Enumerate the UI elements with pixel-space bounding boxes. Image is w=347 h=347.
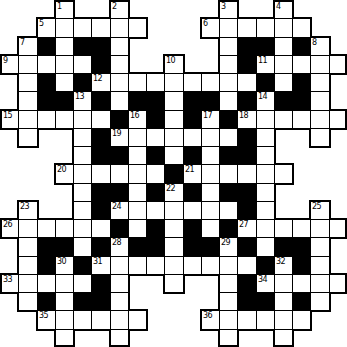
cell-6-9[interactable]	[164, 110, 184, 129]
cell-17-4[interactable]	[73, 310, 92, 331]
clue-number-3: 3	[221, 2, 226, 11]
block-7-13	[237, 128, 257, 147]
cell-8-14[interactable]	[256, 146, 276, 165]
cell-2-6[interactable]	[110, 37, 130, 56]
cell-14-6[interactable]	[110, 256, 129, 275]
cell-7-1[interactable]	[17, 128, 39, 148]
crossword-grid: 1234567891011121314151617181920212223242…	[0, 0, 347, 347]
clue-number-35: 35	[39, 311, 48, 320]
clue-number-20: 20	[57, 165, 66, 174]
block-11-5	[91, 201, 111, 220]
clue-number-30: 30	[57, 257, 66, 266]
cell-12-14[interactable]	[256, 219, 275, 238]
cell-4-6[interactable]	[110, 73, 129, 92]
cell-17-12[interactable]	[219, 310, 238, 330]
clue-number-22: 22	[166, 184, 175, 193]
cell-12-1[interactable]	[18, 219, 38, 238]
cell-17-5[interactable]	[91, 310, 111, 331]
block-12-8	[146, 219, 165, 238]
cell-15-0[interactable]: 33	[0, 273, 19, 294]
cell-1-3[interactable]	[55, 18, 74, 38]
cell-12-16[interactable]	[292, 218, 311, 238]
cell-14-11[interactable]	[201, 256, 220, 276]
cell-10-9[interactable]: 22	[164, 183, 184, 202]
cell-6-0[interactable]: 15	[0, 109, 19, 130]
cell-15-15[interactable]	[274, 274, 293, 293]
block-11-13	[237, 201, 257, 220]
cell-9-10[interactable]: 21	[183, 164, 202, 184]
cell-14-3[interactable]: 30	[55, 256, 74, 275]
cell-14-10[interactable]	[183, 256, 202, 276]
cell-1-16[interactable]	[292, 17, 312, 38]
cell-3-1[interactable]	[18, 55, 38, 74]
cell-7-8[interactable]	[146, 128, 165, 147]
cell-5-14[interactable]: 14	[256, 91, 275, 111]
cell-7-6[interactable]: 19	[110, 128, 129, 147]
clue-number-15: 15	[3, 111, 12, 120]
cell-7-7[interactable]	[128, 128, 147, 147]
cell-2-12[interactable]	[218, 37, 238, 56]
block-3-5	[91, 55, 111, 74]
block-4-4	[73, 73, 92, 92]
cell-14-12[interactable]	[219, 256, 238, 275]
clue-number-19: 19	[112, 129, 121, 138]
cell-6-14[interactable]	[256, 110, 275, 129]
cell-3-18[interactable]	[329, 54, 347, 75]
cell-11-12[interactable]	[219, 201, 238, 220]
cell-1-5[interactable]	[91, 17, 111, 38]
block-16-14	[256, 292, 275, 311]
clue-number-27: 27	[239, 220, 248, 229]
cell-6-4[interactable]	[73, 110, 92, 129]
cell-10-11[interactable]	[201, 183, 220, 202]
cell-9-11[interactable]	[201, 164, 220, 184]
clue-number-34: 34	[258, 275, 267, 284]
block-2-14	[256, 37, 275, 56]
block-12-12	[219, 219, 238, 238]
cell-13-6[interactable]: 28	[110, 237, 129, 257]
cell-6-5[interactable]	[91, 110, 111, 129]
clue-number-2: 2	[112, 2, 117, 11]
clue-number-10: 10	[166, 56, 175, 65]
block-6-12	[219, 110, 238, 129]
cell-15-16[interactable]	[292, 274, 311, 293]
cell-14-17[interactable]	[310, 256, 331, 275]
cell-4-12[interactable]	[219, 73, 238, 92]
cell-6-18[interactable]	[329, 109, 347, 130]
block-13-10	[183, 237, 202, 257]
block-5-2	[37, 91, 56, 111]
block-10-12	[219, 183, 238, 202]
cell-2-3[interactable]	[55, 37, 74, 56]
cell-4-3[interactable]	[55, 73, 74, 92]
cell-16-12[interactable]	[218, 292, 238, 311]
cell-15-14[interactable]: 34	[256, 274, 275, 293]
block-13-13	[237, 237, 257, 257]
cell-0-6[interactable]: 2	[109, 0, 130, 19]
block-5-3	[55, 91, 74, 111]
cell-12-17[interactable]	[310, 219, 330, 238]
cell-14-9[interactable]	[164, 256, 184, 275]
block-5-13	[237, 91, 257, 111]
cell-12-13[interactable]: 27	[237, 219, 257, 238]
block-2-2	[37, 37, 56, 56]
block-4-16	[292, 73, 311, 92]
block-8-6	[110, 146, 129, 165]
block-2-4	[73, 37, 92, 56]
block-10-13	[237, 183, 257, 202]
block-8-5	[91, 146, 111, 165]
block-12-6	[110, 219, 129, 238]
cell-8-11[interactable]	[201, 146, 220, 165]
cell-3-15[interactable]	[274, 55, 293, 74]
cell-1-6[interactable]	[110, 18, 129, 38]
block-4-14	[256, 73, 275, 92]
cell-6-11[interactable]: 17	[201, 110, 220, 129]
cell-11-8[interactable]	[146, 201, 165, 220]
cell-3-12[interactable]	[218, 55, 238, 74]
block-13-15	[274, 237, 293, 257]
cell-6-2[interactable]	[37, 110, 56, 130]
block-16-5	[91, 292, 111, 311]
cell-5-12[interactable]	[219, 91, 238, 111]
cell-1-15[interactable]	[274, 18, 293, 38]
cell-13-12[interactable]: 29	[219, 237, 238, 257]
cell-15-4[interactable]	[73, 274, 92, 293]
cell-17-2[interactable]: 35	[36, 310, 56, 331]
block-9-9	[164, 164, 184, 184]
cell-4-5[interactable]: 12	[91, 73, 111, 92]
cell-1-12[interactable]	[219, 18, 238, 38]
cell-9-4[interactable]	[73, 164, 92, 184]
cell-11-11[interactable]	[201, 201, 220, 220]
cell-17-15[interactable]	[274, 310, 293, 330]
cell-6-1[interactable]	[18, 110, 38, 129]
cell-9-3[interactable]: 20	[54, 163, 74, 185]
cell-3-14[interactable]: 11	[256, 55, 275, 74]
clue-number-4: 4	[276, 2, 281, 11]
cell-3-16[interactable]	[292, 55, 311, 74]
cell-15-17[interactable]	[310, 274, 330, 293]
clue-number-14: 14	[258, 92, 267, 101]
clue-number-12: 12	[93, 74, 102, 83]
cell-17-6[interactable]	[110, 310, 129, 330]
block-5-7	[128, 91, 147, 111]
clue-number-36: 36	[203, 311, 212, 320]
cell-14-8[interactable]	[146, 256, 165, 276]
cell-14-7[interactable]	[128, 256, 147, 276]
clue-number-17: 17	[203, 111, 212, 120]
cell-15-3[interactable]	[55, 274, 74, 293]
cell-1-7[interactable]	[128, 17, 148, 39]
cell-10-7[interactable]	[128, 183, 147, 202]
cell-6-7[interactable]: 16	[128, 110, 147, 129]
cell-6-16[interactable]	[292, 110, 311, 130]
cell-9-13[interactable]	[237, 164, 257, 184]
cell-4-11[interactable]	[201, 72, 220, 92]
cell-3-17[interactable]	[310, 55, 330, 74]
cell-12-18[interactable]	[329, 218, 347, 239]
block-5-16	[292, 91, 311, 111]
cell-7-9[interactable]	[164, 128, 184, 147]
cell-12-5[interactable]	[91, 219, 111, 238]
cell-1-14[interactable]	[256, 17, 275, 38]
clue-number-32: 32	[276, 257, 285, 266]
clue-number-11: 11	[258, 56, 267, 65]
cell-7-14[interactable]	[256, 128, 276, 147]
cell-13-14[interactable]	[256, 237, 275, 257]
cell-4-15[interactable]	[274, 73, 293, 92]
clue-number-5: 5	[39, 19, 44, 28]
cell-14-1[interactable]	[17, 256, 38, 275]
cell-9-5[interactable]	[91, 164, 111, 184]
cell-3-4[interactable]	[73, 55, 92, 74]
clue-number-33: 33	[3, 275, 12, 284]
cell-17-16[interactable]	[292, 310, 312, 331]
cell-10-14[interactable]	[256, 183, 276, 202]
block-13-5	[91, 237, 111, 257]
cell-9-6[interactable]	[110, 164, 129, 184]
cell-11-1[interactable]: 23	[17, 200, 39, 220]
cell-5-17[interactable]	[310, 91, 331, 111]
cell-12-0[interactable]: 26	[0, 218, 19, 239]
block-6-10	[183, 110, 202, 129]
cell-6-13[interactable]: 18	[237, 110, 257, 129]
block-10-6	[110, 183, 129, 202]
block-5-15	[274, 91, 293, 111]
cell-4-7[interactable]	[128, 72, 147, 92]
cell-3-9[interactable]: 10	[163, 54, 185, 74]
clue-number-16: 16	[130, 111, 139, 120]
cell-15-2[interactable]	[37, 274, 56, 293]
cell-2-17[interactable]: 8	[310, 36, 331, 56]
cell-16-1[interactable]	[17, 292, 38, 312]
cell-14-13[interactable]	[237, 256, 257, 275]
cell-17-13[interactable]	[237, 310, 257, 331]
clue-number-26: 26	[3, 220, 12, 229]
block-8-10	[183, 146, 202, 165]
block-15-5	[91, 274, 111, 293]
clue-number-6: 6	[203, 19, 208, 28]
clue-number-25: 25	[312, 202, 321, 211]
cell-17-7[interactable]	[128, 309, 148, 331]
cell-1-13[interactable]	[237, 17, 257, 38]
block-2-16	[292, 37, 311, 56]
cell-4-10[interactable]	[183, 72, 202, 92]
block-16-4	[73, 292, 92, 311]
block-16-2	[37, 292, 56, 311]
cell-11-6[interactable]: 24	[110, 201, 129, 220]
cell-1-2[interactable]: 5	[36, 17, 56, 38]
block-5-11	[201, 91, 220, 111]
block-4-2	[37, 73, 56, 92]
clue-number-31: 31	[93, 257, 102, 266]
block-6-6	[110, 110, 129, 129]
block-8-12	[219, 146, 238, 165]
clue-number-13: 13	[75, 92, 84, 101]
cell-9-12[interactable]	[219, 164, 238, 184]
cell-13-4[interactable]	[73, 237, 92, 257]
cell-12-9[interactable]	[164, 219, 184, 238]
clue-number-8: 8	[312, 38, 317, 47]
cell-4-9[interactable]	[164, 73, 184, 92]
block-13-11	[201, 237, 220, 257]
cell-2-1[interactable]: 7	[17, 36, 38, 56]
cell-11-4[interactable]	[72, 201, 92, 220]
cell-16-15[interactable]	[274, 292, 293, 311]
cell-8-9[interactable]	[164, 146, 184, 165]
block-8-13	[237, 146, 257, 165]
cell-9-8[interactable]	[146, 164, 165, 184]
cell-3-2[interactable]	[37, 55, 56, 74]
block-5-8	[146, 91, 165, 111]
block-13-16	[292, 237, 311, 257]
clue-number-23: 23	[20, 202, 29, 211]
cell-9-14[interactable]	[256, 164, 275, 184]
cell-11-14[interactable]	[256, 201, 276, 220]
cell-18-3[interactable]	[54, 329, 75, 347]
block-15-13	[237, 274, 257, 293]
cell-15-1[interactable]	[18, 274, 38, 293]
block-13-2	[37, 237, 56, 257]
block-14-14	[256, 256, 275, 275]
cell-7-11[interactable]	[201, 128, 220, 147]
block-10-10	[183, 183, 202, 202]
cell-4-1[interactable]	[17, 73, 38, 92]
cell-6-3[interactable]	[55, 110, 74, 130]
cell-0-12[interactable]: 3	[218, 0, 239, 19]
cell-18-12[interactable]	[218, 329, 239, 347]
block-16-16	[292, 292, 311, 311]
cell-12-3[interactable]	[55, 218, 74, 238]
cell-17-3[interactable]	[55, 310, 74, 330]
block-13-8	[146, 237, 165, 257]
cell-5-9[interactable]	[164, 91, 184, 111]
cell-14-5[interactable]: 31	[91, 256, 111, 275]
cell-7-4[interactable]	[72, 128, 92, 147]
cell-13-17[interactable]	[310, 237, 331, 257]
block-5-10	[183, 91, 202, 111]
block-2-13	[237, 37, 257, 56]
cell-12-2[interactable]	[37, 218, 56, 238]
cell-3-3[interactable]	[55, 55, 74, 74]
cell-12-4[interactable]	[73, 219, 92, 238]
cell-4-8[interactable]	[146, 72, 165, 92]
cell-14-15[interactable]: 32	[274, 256, 293, 275]
cell-12-7[interactable]	[128, 219, 147, 238]
block-13-7	[128, 237, 147, 257]
clue-number-1: 1	[57, 2, 62, 11]
cell-18-6[interactable]	[109, 329, 130, 347]
cell-5-6[interactable]	[110, 91, 129, 111]
block-7-5	[91, 128, 111, 147]
block-10-8	[146, 183, 165, 202]
cell-4-13[interactable]	[237, 73, 257, 92]
cell-15-12[interactable]	[218, 274, 238, 293]
cell-13-1[interactable]	[17, 237, 38, 257]
cell-5-1[interactable]	[17, 91, 38, 111]
cell-2-15[interactable]	[274, 37, 293, 56]
cell-6-15[interactable]	[274, 110, 293, 130]
clue-number-24: 24	[112, 202, 121, 211]
block-14-16	[292, 256, 311, 275]
cell-16-17[interactable]	[310, 292, 331, 312]
cell-11-10[interactable]	[183, 201, 202, 220]
cell-13-9[interactable]	[164, 237, 184, 257]
clue-number-21: 21	[185, 165, 194, 174]
cell-6-17[interactable]	[310, 110, 330, 129]
cell-8-4[interactable]	[72, 146, 92, 165]
cell-3-0[interactable]: 9	[0, 54, 19, 75]
cell-10-4[interactable]	[72, 183, 92, 202]
block-14-2	[37, 256, 56, 275]
cell-4-17[interactable]	[310, 73, 331, 92]
cell-0-3[interactable]: 1	[54, 0, 75, 19]
block-13-3	[55, 237, 74, 257]
cell-11-7[interactable]	[128, 201, 147, 220]
block-16-13	[237, 292, 257, 311]
cell-7-12[interactable]	[219, 128, 238, 147]
cell-1-11[interactable]: 6	[200, 17, 220, 39]
clue-number-28: 28	[112, 238, 121, 247]
clue-number-29: 29	[221, 238, 230, 247]
block-6-8	[146, 110, 165, 129]
clue-number-7: 7	[20, 38, 25, 47]
block-10-5	[91, 183, 111, 202]
cell-17-14[interactable]	[256, 310, 275, 331]
block-2-5	[91, 37, 111, 56]
cell-16-6[interactable]	[110, 292, 130, 311]
block-8-8	[146, 146, 165, 165]
cell-15-9[interactable]	[163, 274, 185, 294]
block-12-10	[183, 219, 202, 238]
cell-7-17[interactable]	[309, 128, 331, 148]
cell-17-11[interactable]: 36	[200, 309, 220, 331]
cell-7-10[interactable]	[183, 128, 202, 147]
cell-9-15[interactable]	[274, 163, 294, 185]
block-5-5	[91, 91, 111, 111]
cell-8-7[interactable]	[128, 146, 147, 165]
cell-12-11[interactable]	[201, 219, 220, 238]
cell-18-15[interactable]	[273, 329, 294, 347]
cell-11-17[interactable]: 25	[309, 200, 331, 220]
clue-number-9: 9	[3, 56, 8, 65]
cell-3-6[interactable]	[110, 55, 130, 74]
block-14-4	[73, 256, 92, 275]
cell-15-18[interactable]	[329, 273, 347, 294]
cell-1-4[interactable]	[73, 17, 92, 38]
cell-9-7[interactable]	[128, 164, 147, 184]
clue-number-18: 18	[239, 111, 248, 120]
cell-5-4[interactable]: 13	[73, 91, 92, 111]
block-3-13	[237, 55, 257, 74]
cell-15-6[interactable]	[110, 274, 130, 293]
cell-16-3[interactable]	[55, 292, 74, 311]
cell-12-15[interactable]	[274, 218, 293, 238]
cell-11-9[interactable]	[164, 201, 184, 220]
cell-0-15[interactable]: 4	[273, 0, 294, 19]
